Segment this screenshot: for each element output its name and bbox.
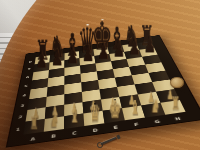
wooden-disc xyxy=(170,77,184,88)
key-bit xyxy=(116,135,120,140)
file-label-e: E xyxy=(105,123,127,131)
rank-label-6: 6 xyxy=(23,75,32,79)
file-label-f: F xyxy=(125,120,147,128)
file-label-h: H xyxy=(166,114,189,121)
square-h1: ♜ xyxy=(160,100,185,115)
square-e1: ♚ xyxy=(103,108,125,123)
file-label-a: A xyxy=(22,135,43,143)
finial-dark xyxy=(113,95,115,99)
finial-light xyxy=(101,16,103,20)
file-label-g: G xyxy=(146,117,168,125)
rank-label-5: 5 xyxy=(21,83,30,87)
square-b5 xyxy=(47,76,64,87)
piece-white-king: ♚ xyxy=(93,98,135,121)
square-d6 xyxy=(80,63,97,73)
rank-label-4: 4 xyxy=(19,93,29,98)
square-b4 xyxy=(47,85,65,97)
key-shaft xyxy=(100,137,117,146)
square-a1: ♜ xyxy=(24,119,45,135)
photo-scene: ♜♞♝♛♚♝♞♜♟♟♟♟♟♟♟♟♟♟♟♟♟♟♟♟♜♞♝♛♚♝♞♜ABCDEFGH… xyxy=(0,0,200,150)
file-label-c: C xyxy=(64,129,85,137)
piece-white-rook: ♜ xyxy=(154,96,196,113)
square-h6 xyxy=(142,55,161,65)
chessboard-wrap: ♜♞♝♛♚♝♞♜♟♟♟♟♟♟♟♟♟♟♟♟♟♟♟♟♜♞♝♛♚♝♞♜ABCDEFGH… xyxy=(18,0,178,150)
piece-black-pawn: ♟ xyxy=(133,34,165,56)
finial-light xyxy=(86,22,88,26)
chessboard: ♜♞♝♛♚♝♞♜♟♟♟♟♟♟♟♟♟♟♟♟♟♟♟♟♜♞♝♛♚♝♞♜ABCDEFGH… xyxy=(7,35,200,146)
file-label-b: B xyxy=(43,132,64,140)
metal-key xyxy=(97,133,121,148)
